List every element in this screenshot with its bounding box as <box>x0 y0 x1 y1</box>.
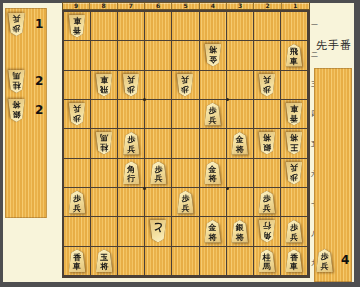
lance-piece-face: 香車 <box>69 15 86 38</box>
board-cell[interactable]: 歩兵 <box>172 188 199 217</box>
piece-lance-gote[interactable]: 香車 <box>285 103 302 126</box>
hand-item-pawn[interactable]: 歩兵1 <box>5 13 47 37</box>
board-cell[interactable] <box>64 41 91 70</box>
piece-gold-sente[interactable]: 金将 <box>204 220 221 243</box>
knight-piece-face: 桂馬 <box>8 70 25 93</box>
board-cell[interactable]: 銀将 <box>227 217 254 246</box>
piece-pawn-gote[interactable]: 歩兵 <box>69 103 86 126</box>
board-cell[interactable] <box>118 100 145 129</box>
pawn-piece-face: 歩兵 <box>69 191 86 214</box>
board-cell[interactable] <box>118 188 145 217</box>
piece-pawn-gote[interactable]: 歩兵 <box>258 73 275 96</box>
board-cell[interactable] <box>64 71 91 100</box>
pawn-piece-face: 歩兵 <box>123 73 140 96</box>
board-cell[interactable] <box>91 100 118 129</box>
pawn-piece-face: 歩兵 <box>69 103 86 126</box>
board-cell[interactable] <box>64 159 91 188</box>
pawn-piece-face: 歩兵 <box>177 191 194 214</box>
piece-pawn-sente[interactable]: 歩兵 <box>204 103 221 126</box>
board-cell[interactable] <box>145 247 172 276</box>
board-cell[interactable]: 歩兵 <box>172 71 199 100</box>
board-cell[interactable]: 香車 <box>64 247 91 276</box>
lance-piece-face: 香車 <box>285 103 302 126</box>
board-cell[interactable]: 金将 <box>200 159 227 188</box>
board-cell[interactable] <box>118 217 145 246</box>
board-cell[interactable] <box>91 41 118 70</box>
hand-count: 4 <box>341 253 349 267</box>
piece-rook-gote[interactable]: 飛車 <box>96 73 113 96</box>
board-cell[interactable] <box>281 71 308 100</box>
piece-pawn-gote[interactable]: 歩兵 <box>123 73 140 96</box>
board-cell[interactable]: 歩兵 <box>118 71 145 100</box>
hoshi-dot <box>226 98 229 101</box>
board-cell[interactable]: と <box>145 217 172 246</box>
board-cell[interactable] <box>172 247 199 276</box>
board-cell[interactable] <box>118 41 145 70</box>
board-cell[interactable] <box>172 217 199 246</box>
board-cell[interactable]: 角行 <box>118 159 145 188</box>
board-cell[interactable] <box>227 247 254 276</box>
hand-item-silver[interactable]: 銀将2 <box>5 99 47 123</box>
hoshi-dot <box>143 98 146 101</box>
board-cell[interactable] <box>118 247 145 276</box>
file-label: 9 <box>63 3 90 9</box>
piece-king-sente[interactable]: 玉将 <box>96 249 113 272</box>
piece-pawn-sente[interactable]: 歩兵 <box>258 191 275 214</box>
shogi-board: 香車金将飛車飛車歩兵歩兵歩兵歩兵歩兵香車桂馬歩兵金将銀将王将角行歩兵金将歩兵歩兵… <box>62 10 310 278</box>
board-cell[interactable] <box>145 71 172 100</box>
board-cell[interactable] <box>172 159 199 188</box>
pawn-piece-face: 歩兵 <box>285 220 302 243</box>
board-cell[interactable] <box>200 71 227 100</box>
board-cell[interactable] <box>172 41 199 70</box>
board-cell[interactable] <box>254 12 281 41</box>
board-cell[interactable] <box>145 12 172 41</box>
board-cell[interactable]: 王将 <box>281 129 308 158</box>
piece-gold-gote[interactable]: 金将 <box>204 44 221 67</box>
pawn-piece-face: 歩兵 <box>123 132 140 155</box>
board-cell[interactable] <box>227 100 254 129</box>
gote-captured-tray: 歩兵1桂馬2銀将2 <box>5 8 47 218</box>
piece-silver-gote[interactable]: 銀将 <box>8 99 25 122</box>
board-cell[interactable]: 角行 <box>254 217 281 246</box>
piece-gold-sente[interactable]: 金将 <box>204 161 221 184</box>
piece-knight-gote[interactable]: 桂馬 <box>8 70 25 93</box>
piece-pawn-gote[interactable]: 歩兵 <box>177 73 194 96</box>
silver-piece-face: 銀将 <box>258 132 275 155</box>
board-cell[interactable] <box>145 129 172 158</box>
piece-knight-sente[interactable]: 桂馬 <box>258 249 275 272</box>
board-cell[interactable] <box>281 12 308 41</box>
king-piece-face: 玉将 <box>96 249 113 272</box>
board-cell[interactable] <box>118 12 145 41</box>
piece-knight-gote[interactable]: 桂馬 <box>96 132 113 155</box>
piece-lance-sente[interactable]: 香車 <box>285 249 302 272</box>
pawn-piece-face: 歩兵 <box>8 13 25 36</box>
board-cell[interactable] <box>227 188 254 217</box>
hoshi-dot <box>226 187 229 190</box>
piece-rook-sente[interactable]: 飛車 <box>285 44 302 67</box>
hand-count: 2 <box>35 103 43 117</box>
piece-lance-gote[interactable]: 香車 <box>69 15 86 38</box>
board-cell[interactable]: 歩兵 <box>254 71 281 100</box>
hand-count: 1 <box>35 17 43 31</box>
lance-piece-face: 香車 <box>69 249 86 272</box>
board-cell[interactable] <box>145 100 172 129</box>
pawn-piece-face: 歩兵 <box>316 249 333 272</box>
pawn-piece-face: 歩兵 <box>285 161 302 184</box>
piece-gold-sente[interactable]: 金将 <box>231 132 248 155</box>
piece-bishop-sente[interactable]: 角行 <box>123 161 140 184</box>
app-window: 歩兵1桂馬2銀将2 987654321 香車金将飛車飛車歩兵歩兵歩兵歩兵歩兵香車… <box>0 0 360 287</box>
board-cell[interactable] <box>91 159 118 188</box>
piece-lance-sente[interactable]: 香車 <box>69 249 86 272</box>
board-cell[interactable] <box>227 41 254 70</box>
board-cell[interactable] <box>64 217 91 246</box>
piece-bishop-gote[interactable]: 角行 <box>258 220 275 243</box>
sente-captured-tray: 歩兵4 <box>314 68 352 282</box>
piece-king-gote[interactable]: 王将 <box>285 132 302 155</box>
pawn-piece-face: 歩兵 <box>258 73 275 96</box>
board-cell[interactable] <box>172 129 199 158</box>
board-cell[interactable]: 飛車 <box>91 71 118 100</box>
file-label: 1 <box>282 3 309 9</box>
silver-piece-face: 銀将 <box>231 220 248 243</box>
file-label: 4 <box>200 3 227 9</box>
board-cell[interactable] <box>172 100 199 129</box>
piece-pawn-sente[interactable]: 歩兵 <box>285 220 302 243</box>
piece-pawn-sente[interactable]: 歩兵 <box>123 132 140 155</box>
pawn-piece-face: 歩兵 <box>177 73 194 96</box>
rook-piece-face: 飛車 <box>96 73 113 96</box>
board-cell[interactable]: 歩兵 <box>118 129 145 158</box>
board-cell[interactable]: 金将 <box>200 217 227 246</box>
gold-piece-face: 金将 <box>204 44 221 67</box>
board-cell[interactable] <box>254 100 281 129</box>
board-cell[interactable]: 歩兵 <box>254 188 281 217</box>
board-cell[interactable] <box>281 188 308 217</box>
file-label: 7 <box>118 3 145 9</box>
file-label: 3 <box>227 3 254 9</box>
board-cell[interactable] <box>254 159 281 188</box>
file-label-bar: 987654321 <box>62 2 310 10</box>
board-cell[interactable]: 金将 <box>227 129 254 158</box>
knight-piece-face: 桂馬 <box>96 132 113 155</box>
rook-piece-face: 飛車 <box>285 44 302 67</box>
gold-piece-face: 金将 <box>204 220 221 243</box>
hand-item-pawn[interactable]: 歩兵4 <box>314 249 352 273</box>
board-cell[interactable] <box>227 12 254 41</box>
board-cell[interactable]: 玉将 <box>91 247 118 276</box>
file-label: 2 <box>254 3 281 9</box>
gold-piece-face: 金将 <box>204 161 221 184</box>
piece-pawn-sente[interactable]: 歩兵 <box>177 191 194 214</box>
silver-piece-face: 銀将 <box>8 99 25 122</box>
board-cell[interactable]: 歩兵 <box>200 100 227 129</box>
pawn-piece-face: 歩兵 <box>258 191 275 214</box>
turn-indicator: 先手番 <box>316 38 356 53</box>
board-cell[interactable]: 歩兵 <box>281 159 308 188</box>
board-cell[interactable] <box>91 188 118 217</box>
piece-pawn-gote[interactable]: 歩兵 <box>8 13 25 36</box>
board-cell[interactable]: 歩兵 <box>145 159 172 188</box>
tokin-piece-face: と <box>150 220 167 243</box>
piece-silver-sente[interactable]: 銀将 <box>231 220 248 243</box>
piece-pawn-sente[interactable]: 歩兵 <box>316 249 333 272</box>
pawn-piece-face: 歩兵 <box>204 103 221 126</box>
piece-pawn-sente[interactable]: 歩兵 <box>150 161 167 184</box>
board-cell[interactable] <box>91 217 118 246</box>
pawn-piece-face: 歩兵 <box>150 161 167 184</box>
knight-piece-face: 桂馬 <box>258 249 275 272</box>
board-cell[interactable]: 歩兵 <box>64 188 91 217</box>
bishop-piece-face: 角行 <box>123 161 140 184</box>
gold-piece-face: 金将 <box>231 132 248 155</box>
board-cell[interactable]: 銀将 <box>254 129 281 158</box>
board-cell[interactable] <box>227 71 254 100</box>
board-cell[interactable] <box>200 129 227 158</box>
piece-pawn-gote[interactable]: 歩兵 <box>285 161 302 184</box>
board-cell[interactable] <box>145 41 172 70</box>
rank-label: 一 <box>310 10 319 40</box>
board-cell[interactable] <box>64 129 91 158</box>
board-cell[interactable]: 桂馬 <box>91 129 118 158</box>
hand-item-knight[interactable]: 桂馬2 <box>5 70 47 94</box>
board-cell[interactable]: 金将 <box>200 41 227 70</box>
lance-piece-face: 香車 <box>285 249 302 272</box>
hand-count: 2 <box>35 74 43 88</box>
board-cell[interactable] <box>227 159 254 188</box>
piece-tokin-gote[interactable]: と <box>150 220 167 243</box>
board-cell[interactable]: 桂馬 <box>254 247 281 276</box>
board-cell[interactable] <box>200 247 227 276</box>
piece-pawn-sente[interactable]: 歩兵 <box>69 191 86 214</box>
board-cell[interactable]: 香車 <box>281 247 308 276</box>
piece-silver-gote[interactable]: 銀将 <box>258 132 275 155</box>
bishop-piece-face: 角行 <box>258 220 275 243</box>
board-cell[interactable]: 香車 <box>64 12 91 41</box>
file-label: 8 <box>90 3 117 9</box>
king-piece-face: 王将 <box>285 132 302 155</box>
file-label: 6 <box>145 3 172 9</box>
board-cell[interactable] <box>145 188 172 217</box>
board-cell[interactable]: 香車 <box>281 100 308 129</box>
board-cell[interactable] <box>200 188 227 217</box>
board-cell[interactable]: 飛車 <box>281 41 308 70</box>
board-cell[interactable]: 歩兵 <box>281 217 308 246</box>
board-cell[interactable] <box>254 41 281 70</box>
board-cell[interactable] <box>91 12 118 41</box>
file-label: 5 <box>172 3 199 9</box>
board-cell[interactable] <box>200 12 227 41</box>
board-cell[interactable] <box>172 12 199 41</box>
board-cell[interactable]: 歩兵 <box>64 100 91 129</box>
